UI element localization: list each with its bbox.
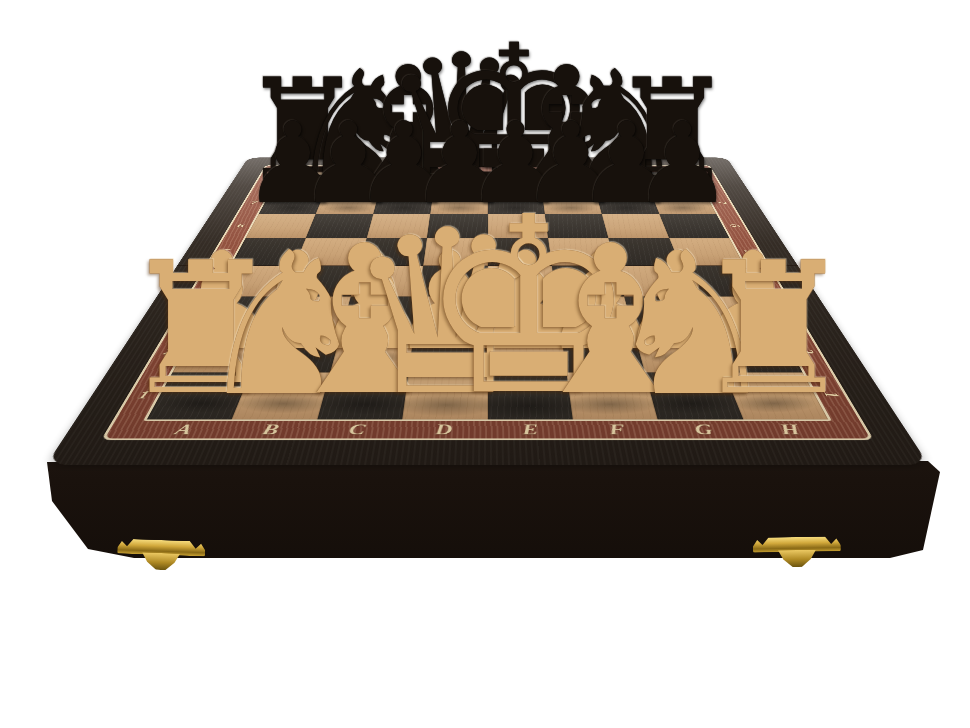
- chess-set-scene: AABBCCDDEEFFGGHH1122334455667788 ♜♞♝♛♚♝♞…: [0, 0, 970, 728]
- pieces-layer: ♜♞♝♛♚♝♞♜♟♟♟♟♟♟♟♟♟♟♟♟♟♟♟♟♜♞♝♛♚♝♞♜: [0, 0, 970, 728]
- brass-clasp-left: [116, 538, 205, 575]
- piece-white-rook-h1[interactable]: ♜: [692, 238, 855, 420]
- clasp-tongue: [142, 552, 181, 570]
- brass-clasp-right: [753, 536, 842, 572]
- clasp-tongue: [778, 550, 816, 568]
